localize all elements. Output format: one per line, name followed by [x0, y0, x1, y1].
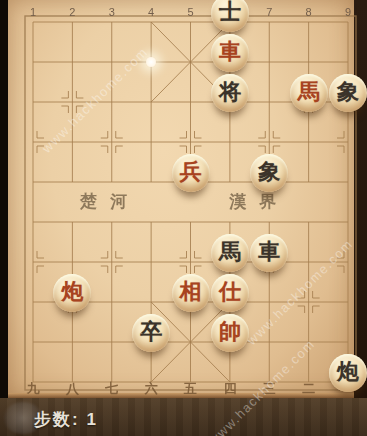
river-label-han-jie: 漢界 — [229, 190, 289, 213]
file-label-bottom-2: 八 — [66, 380, 79, 398]
river-label-chu-he: 楚河 — [80, 190, 140, 213]
red-advisor-piece[interactable]: 仕 — [211, 274, 249, 312]
piece-glyph: 馬 — [219, 241, 241, 263]
piece-glyph: 象 — [337, 81, 359, 103]
file-label-top-3: 3 — [109, 6, 115, 18]
piece-glyph: 士 — [219, 1, 241, 23]
file-label-top-1: 1 — [30, 6, 36, 18]
piece-glyph: 馬 — [298, 81, 320, 103]
file-label-top-9: 9 — [345, 6, 351, 18]
file-label-bottom-3: 七 — [105, 380, 118, 398]
red-horse-piece[interactable]: 馬 — [290, 74, 328, 112]
black-cannon-piece[interactable]: 炮 — [329, 354, 367, 392]
file-label-top-2: 2 — [69, 6, 75, 18]
file-label-top-4: 4 — [148, 6, 154, 18]
piece-glyph: 相 — [180, 281, 202, 303]
piece-glyph: 車 — [219, 41, 241, 63]
xiangqi-app-screen: 123456789九八七六五四三二一 楚河 漢界 士車将馬象兵象馬車炮相仕卒帥炮… — [0, 0, 367, 436]
piece-glyph: 兵 — [180, 161, 202, 183]
black-general-piece[interactable]: 将 — [211, 74, 249, 112]
red-soldier-piece[interactable]: 兵 — [172, 154, 210, 192]
piece-glyph: 炮 — [337, 361, 359, 383]
file-label-bottom-5: 五 — [184, 380, 197, 398]
file-label-top-7: 7 — [266, 6, 272, 18]
right-background-strip — [354, 0, 367, 398]
file-label-bottom-6: 四 — [223, 380, 236, 398]
piece-glyph: 象 — [258, 161, 280, 183]
black-horse-piece[interactable]: 馬 — [211, 234, 249, 272]
file-label-bottom-7: 三 — [263, 380, 276, 398]
file-label-bottom-4: 六 — [145, 380, 158, 398]
black-elephant-piece[interactable]: 象 — [329, 74, 367, 112]
red-elephant-piece[interactable]: 相 — [172, 274, 210, 312]
move-counter-label: 步数: — [34, 410, 80, 429]
black-chariot-piece[interactable]: 車 — [250, 234, 288, 272]
black-soldier-piece[interactable]: 卒 — [132, 314, 170, 352]
black-elephant-piece[interactable]: 象 — [250, 154, 288, 192]
piece-glyph: 炮 — [61, 281, 83, 303]
piece-glyph: 帥 — [219, 321, 241, 343]
red-chariot-piece[interactable]: 車 — [211, 34, 249, 72]
piece-glyph: 将 — [219, 81, 241, 103]
red-general-piece[interactable]: 帥 — [211, 314, 249, 352]
piece-glyph: 仕 — [219, 281, 241, 303]
move-highlight-dot — [146, 57, 157, 68]
file-label-top-8: 8 — [306, 6, 312, 18]
left-background-strip — [0, 0, 8, 398]
file-label-top-5: 5 — [187, 6, 193, 18]
file-label-bottom-8: 二 — [302, 380, 315, 398]
move-counter: 步数: 1 — [34, 408, 98, 431]
move-counter-value: 1 — [86, 410, 97, 429]
piece-glyph: 車 — [258, 241, 280, 263]
file-label-bottom-1: 九 — [27, 380, 40, 398]
xiangqi-board[interactable] — [8, 0, 354, 398]
piece-glyph: 卒 — [140, 321, 162, 343]
